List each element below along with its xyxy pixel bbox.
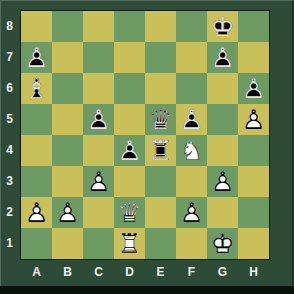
square-h3[interactable] bbox=[238, 166, 269, 197]
rank-label-4: 4 bbox=[0, 135, 19, 166]
square-h5[interactable]: ♟♙ bbox=[238, 104, 269, 135]
square-a5[interactable] bbox=[21, 104, 52, 135]
square-d4[interactable]: ♟♙ bbox=[114, 135, 145, 166]
square-b1[interactable] bbox=[52, 228, 83, 259]
square-e3[interactable] bbox=[145, 166, 176, 197]
file-label-c: C bbox=[83, 261, 114, 283]
square-c2[interactable] bbox=[83, 197, 114, 228]
square-e8[interactable] bbox=[145, 11, 176, 42]
square-h4[interactable] bbox=[238, 135, 269, 166]
square-g1[interactable]: ♚♔ bbox=[207, 228, 238, 259]
square-d2[interactable]: ♛♕ bbox=[114, 197, 145, 228]
square-a4[interactable] bbox=[21, 135, 52, 166]
square-e6[interactable] bbox=[145, 73, 176, 104]
square-d6[interactable] bbox=[114, 73, 145, 104]
piece-outline-glyph: ♙ bbox=[83, 104, 114, 135]
rank-label-6: 6 bbox=[0, 73, 19, 104]
piece-outline-glyph: ♙ bbox=[238, 104, 269, 135]
rank-label-2: 2 bbox=[0, 197, 19, 228]
piece-outline-glyph: ♔ bbox=[207, 228, 238, 259]
piece-outline-glyph: ♗ bbox=[21, 73, 52, 104]
square-g2[interactable] bbox=[207, 197, 238, 228]
square-e1[interactable] bbox=[145, 228, 176, 259]
piece-black-b-a6[interactable]: ♝♗ bbox=[21, 73, 52, 104]
square-g7[interactable]: ♟♙ bbox=[207, 42, 238, 73]
piece-outline-glyph: ♕ bbox=[114, 197, 145, 228]
rank-label-1: 1 bbox=[0, 228, 19, 259]
piece-black-p-a7[interactable]: ♟♙ bbox=[21, 42, 52, 73]
piece-white-p-a2[interactable]: ♟♙ bbox=[21, 197, 52, 228]
piece-outline-glyph: ♔ bbox=[207, 11, 238, 42]
square-c7[interactable] bbox=[83, 42, 114, 73]
file-label-b: B bbox=[52, 261, 83, 283]
square-f3[interactable] bbox=[176, 166, 207, 197]
piece-white-p-c3[interactable]: ♟♙ bbox=[83, 166, 114, 197]
square-d8[interactable] bbox=[114, 11, 145, 42]
piece-black-r-e4[interactable]: ♜♖ bbox=[145, 135, 176, 166]
square-d7[interactable] bbox=[114, 42, 145, 73]
piece-outline-glyph: ♖ bbox=[145, 135, 176, 166]
square-b2[interactable]: ♟♙ bbox=[52, 197, 83, 228]
piece-white-q-d2[interactable]: ♛♕ bbox=[114, 197, 145, 228]
file-label-e: E bbox=[145, 261, 176, 283]
piece-outline-glyph: ♙ bbox=[114, 135, 145, 166]
square-b5[interactable] bbox=[52, 104, 83, 135]
piece-outline-glyph: ♙ bbox=[21, 42, 52, 73]
file-label-g: G bbox=[207, 261, 238, 283]
square-b4[interactable] bbox=[52, 135, 83, 166]
square-e2[interactable] bbox=[145, 197, 176, 228]
piece-white-p-f2[interactable]: ♟♙ bbox=[176, 197, 207, 228]
square-c5[interactable]: ♟♙ bbox=[83, 104, 114, 135]
square-h8[interactable] bbox=[238, 11, 269, 42]
square-h7[interactable] bbox=[238, 42, 269, 73]
piece-black-p-h6[interactable]: ♟♙ bbox=[238, 73, 269, 104]
rank-label-7: 7 bbox=[0, 42, 19, 73]
piece-white-p-h5[interactable]: ♟♙ bbox=[238, 104, 269, 135]
rank-label-8: 8 bbox=[0, 11, 19, 42]
piece-outline-glyph: ♙ bbox=[83, 166, 114, 197]
piece-outline-glyph: ♙ bbox=[207, 42, 238, 73]
piece-black-p-g7[interactable]: ♟♙ bbox=[207, 42, 238, 73]
square-b8[interactable] bbox=[52, 11, 83, 42]
piece-black-p-f5[interactable]: ♟♙ bbox=[176, 104, 207, 135]
rank-labels: 87654321 bbox=[0, 11, 19, 259]
piece-outline-glyph: ♙ bbox=[21, 197, 52, 228]
square-f8[interactable] bbox=[176, 11, 207, 42]
piece-white-p-g3[interactable]: ♟♙ bbox=[207, 166, 238, 197]
square-c6[interactable] bbox=[83, 73, 114, 104]
square-g5[interactable] bbox=[207, 104, 238, 135]
piece-black-q-e5[interactable]: ♛♕ bbox=[145, 104, 176, 135]
piece-outline-glyph: ♙ bbox=[207, 166, 238, 197]
square-a1[interactable] bbox=[21, 228, 52, 259]
piece-outline-glyph: ♙ bbox=[52, 197, 83, 228]
square-f6[interactable] bbox=[176, 73, 207, 104]
square-e4[interactable]: ♜♖ bbox=[145, 135, 176, 166]
square-a3[interactable] bbox=[21, 166, 52, 197]
square-a2[interactable]: ♟♙ bbox=[21, 197, 52, 228]
square-h2[interactable] bbox=[238, 197, 269, 228]
square-a6[interactable]: ♝♗ bbox=[21, 73, 52, 104]
piece-outline-glyph: ♙ bbox=[238, 73, 269, 104]
piece-white-n-f4[interactable]: ♞♘ bbox=[176, 135, 207, 166]
piece-black-p-d4[interactable]: ♟♙ bbox=[114, 135, 145, 166]
square-e5[interactable]: ♛♕ bbox=[145, 104, 176, 135]
square-c3[interactable]: ♟♙ bbox=[83, 166, 114, 197]
piece-white-r-d1[interactable]: ♜♖ bbox=[114, 228, 145, 259]
rank-label-3: 3 bbox=[0, 166, 19, 197]
square-d1[interactable]: ♜♖ bbox=[114, 228, 145, 259]
piece-outline-glyph: ♘ bbox=[176, 135, 207, 166]
piece-black-k-g8[interactable]: ♚♔ bbox=[207, 11, 238, 42]
square-g8[interactable]: ♚♔ bbox=[207, 11, 238, 42]
file-label-a: A bbox=[21, 261, 52, 283]
file-label-h: H bbox=[238, 261, 269, 283]
square-h6[interactable]: ♟♙ bbox=[238, 73, 269, 104]
square-c4[interactable] bbox=[83, 135, 114, 166]
piece-outline-glyph: ♙ bbox=[176, 104, 207, 135]
square-f1[interactable] bbox=[176, 228, 207, 259]
square-e7[interactable] bbox=[145, 42, 176, 73]
piece-outline-glyph: ♕ bbox=[145, 104, 176, 135]
piece-black-p-c5[interactable]: ♟♙ bbox=[83, 104, 114, 135]
square-f7[interactable] bbox=[176, 42, 207, 73]
square-g6[interactable] bbox=[207, 73, 238, 104]
square-f4[interactable]: ♞♘ bbox=[176, 135, 207, 166]
piece-outline-glyph: ♙ bbox=[176, 197, 207, 228]
square-a7[interactable]: ♟♙ bbox=[21, 42, 52, 73]
square-c8[interactable] bbox=[83, 11, 114, 42]
square-b3[interactable] bbox=[52, 166, 83, 197]
square-d5[interactable] bbox=[114, 104, 145, 135]
square-d3[interactable] bbox=[114, 166, 145, 197]
square-g4[interactable] bbox=[207, 135, 238, 166]
frame-bottom-edge bbox=[0, 286, 294, 294]
square-b6[interactable] bbox=[52, 73, 83, 104]
file-label-d: D bbox=[114, 261, 145, 283]
file-labels: ABCDEFGH bbox=[21, 261, 269, 283]
chess-board: ♚♔♟♙♟♙♝♗♟♙♟♙♛♕♟♙♟♙♟♙♜♖♞♘♟♙♟♙♟♙♟♙♛♕♟♙♜♖♚♔ bbox=[20, 10, 270, 260]
piece-white-p-b2[interactable]: ♟♙ bbox=[52, 197, 83, 228]
square-c1[interactable] bbox=[83, 228, 114, 259]
square-h1[interactable] bbox=[238, 228, 269, 259]
file-label-f: F bbox=[176, 261, 207, 283]
square-b7[interactable] bbox=[52, 42, 83, 73]
piece-outline-glyph: ♖ bbox=[114, 228, 145, 259]
square-f5[interactable]: ♟♙ bbox=[176, 104, 207, 135]
rank-label-5: 5 bbox=[0, 104, 19, 135]
square-g3[interactable]: ♟♙ bbox=[207, 166, 238, 197]
piece-white-k-g1[interactable]: ♚♔ bbox=[207, 228, 238, 259]
square-f2[interactable]: ♟♙ bbox=[176, 197, 207, 228]
square-a8[interactable] bbox=[21, 11, 52, 42]
chess-board-window: 87654321 ♚♔♟♙♟♙♝♗♟♙♟♙♛♕♟♙♟♙♟♙♜♖♞♘♟♙♟♙♟♙♟… bbox=[0, 0, 294, 294]
